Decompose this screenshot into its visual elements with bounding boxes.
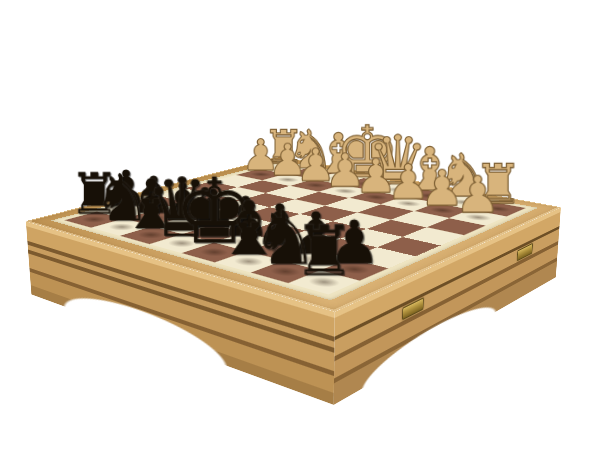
white-pawn-a2[interactable]: ♟ [455,170,500,221]
square-a2[interactable]: ♟ [449,210,506,226]
black-rook-a8[interactable]: ♜ [293,217,355,287]
photo-background: ♜♞♝♚♛♝♞♜♟♟♟♟♟♟♟♟♟♟♟♟♟♟♟♟♜♞♝♛♚♝♞♜ [0,0,600,450]
brass-hinge-2 [517,243,533,262]
brass-hinge-1 [402,297,424,320]
chess-board-box: ♜♞♝♚♛♝♞♜♟♟♟♟♟♟♟♟♟♟♟♟♟♟♟♟♜♞♝♛♚♝♞♜ [26,156,561,311]
square-a8[interactable]: ♜ [288,270,360,294]
